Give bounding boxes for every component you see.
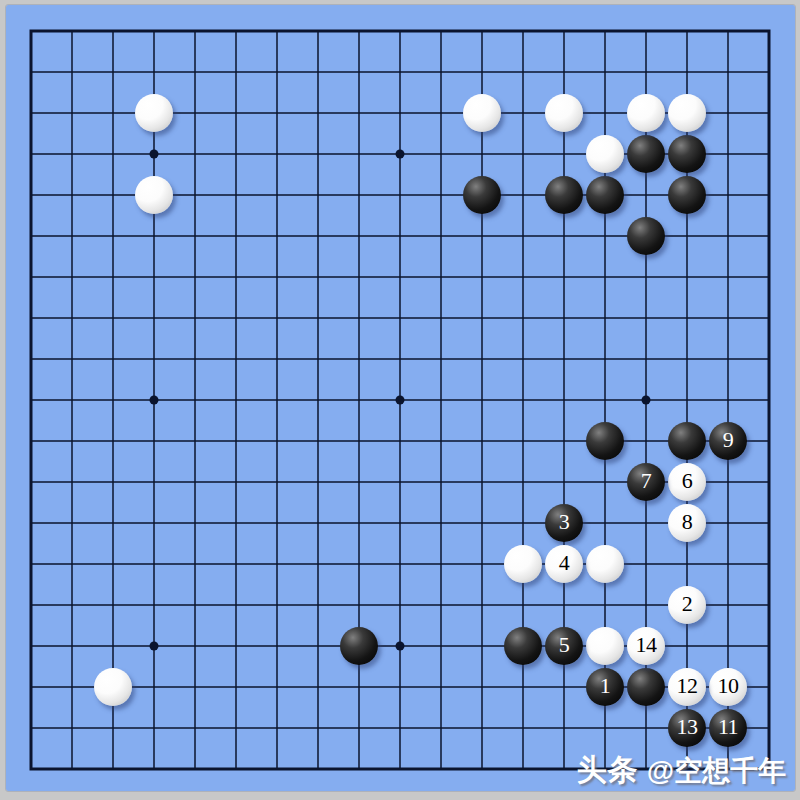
- move-number: 12: [677, 675, 698, 699]
- black-stone: [340, 627, 378, 665]
- white-stone: [627, 94, 665, 132]
- black-stone: [504, 627, 542, 665]
- white-stone: [94, 668, 132, 706]
- white-stone: [668, 94, 706, 132]
- white-stone-move-10: 10: [709, 668, 747, 706]
- black-stone-move-13: 13: [668, 709, 706, 747]
- black-stone-move-7: 7: [627, 463, 665, 501]
- black-stone-move-5: 5: [545, 627, 583, 665]
- move-number: 7: [641, 470, 652, 494]
- white-stone: [135, 94, 173, 132]
- black-stone-move-3: 3: [545, 504, 583, 542]
- move-number: 5: [559, 634, 570, 658]
- watermark-handle: @空想千年: [647, 755, 786, 786]
- watermark-brand: 头条: [577, 753, 639, 786]
- black-stone: [586, 422, 624, 460]
- move-number: 6: [682, 470, 693, 494]
- watermark: 头条@空想千年: [577, 750, 786, 791]
- move-number: 9: [723, 429, 734, 453]
- white-stone: [504, 545, 542, 583]
- move-number: 1: [600, 675, 611, 699]
- black-stone: [463, 176, 501, 214]
- black-stone-move-9: 9: [709, 422, 747, 460]
- white-stone-move-8: 8: [668, 504, 706, 542]
- move-number: 14: [636, 634, 657, 658]
- black-stone: [586, 176, 624, 214]
- stone-layer: 1234567891011121314: [11, 11, 790, 790]
- white-stone: [463, 94, 501, 132]
- white-stone: [135, 176, 173, 214]
- move-number: 3: [559, 511, 570, 535]
- white-stone-move-6: 6: [668, 463, 706, 501]
- move-number: 11: [718, 716, 738, 740]
- move-number: 8: [682, 511, 693, 535]
- black-stone: [627, 135, 665, 173]
- black-stone: [668, 176, 706, 214]
- white-stone: [586, 545, 624, 583]
- white-stone: [586, 627, 624, 665]
- go-diagram: 1234567891011121314 头条@空想千年: [0, 0, 800, 800]
- white-stone-move-12: 12: [668, 668, 706, 706]
- black-stone: [627, 217, 665, 255]
- move-number: 4: [559, 552, 570, 576]
- white-stone-move-2: 2: [668, 586, 706, 624]
- white-stone-move-14: 14: [627, 627, 665, 665]
- black-stone: [668, 422, 706, 460]
- white-stone: [545, 94, 583, 132]
- white-stone: [586, 135, 624, 173]
- black-stone: [668, 135, 706, 173]
- move-number: 2: [682, 593, 693, 617]
- white-stone-move-4: 4: [545, 545, 583, 583]
- move-number: 10: [718, 675, 739, 699]
- move-number: 13: [677, 716, 698, 740]
- black-stone: [627, 668, 665, 706]
- black-stone-move-1: 1: [586, 668, 624, 706]
- black-stone-move-11: 11: [709, 709, 747, 747]
- black-stone: [545, 176, 583, 214]
